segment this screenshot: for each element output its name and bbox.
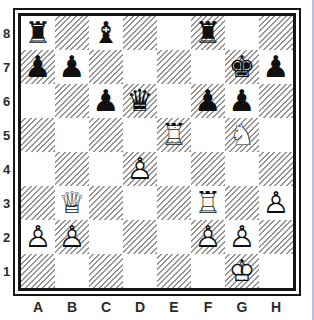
white-king-piece: ♚♔: [225, 254, 259, 288]
square-f4[interactable]: [191, 152, 225, 186]
square-c3[interactable]: [89, 186, 123, 220]
square-d2[interactable]: [123, 220, 157, 254]
black-pawn-piece: ♟: [191, 84, 225, 118]
square-g5[interactable]: ♞♘: [225, 118, 259, 152]
square-f1[interactable]: [191, 254, 225, 288]
square-g4[interactable]: [225, 152, 259, 186]
file-label-e: E: [157, 297, 191, 317]
square-h4[interactable]: [259, 152, 293, 186]
black-rook-piece: ♜: [191, 16, 225, 50]
square-e8[interactable]: [157, 16, 191, 50]
piece-outline-layer: ♕: [55, 186, 89, 219]
piece-glyph: ♟: [89, 84, 123, 117]
square-b1[interactable]: [55, 254, 89, 288]
white-queen-piece: ♛♕: [55, 186, 89, 220]
piece-glyph: ♜: [191, 16, 225, 49]
file-label-g: G: [225, 297, 259, 317]
white-knight-piece: ♞♘: [225, 118, 259, 152]
square-b3[interactable]: ♛♕: [55, 186, 89, 220]
file-label-c: C: [89, 297, 123, 317]
square-h2[interactable]: [259, 220, 293, 254]
white-rook-piece: ♜♖: [157, 118, 191, 152]
file-label-h: H: [259, 297, 293, 317]
square-c4[interactable]: [89, 152, 123, 186]
square-g8[interactable]: [225, 16, 259, 50]
piece-glyph: ♛: [123, 84, 157, 117]
square-f3[interactable]: ♜♖: [191, 186, 225, 220]
white-pawn-piece: ♟♙: [225, 220, 259, 254]
square-g1[interactable]: ♚♔: [225, 254, 259, 288]
square-h3[interactable]: ♟♙: [259, 186, 293, 220]
square-e7[interactable]: [157, 50, 191, 84]
square-d4[interactable]: ♟♙: [123, 152, 157, 186]
rank-label-5: 5: [0, 118, 13, 152]
file-labels: ABCDEFGH: [21, 297, 293, 317]
white-rook-piece: ♜♖: [191, 186, 225, 220]
rank-labels: 87654321: [0, 16, 13, 288]
piece-glyph: ♟: [259, 50, 293, 83]
square-b8[interactable]: [55, 16, 89, 50]
square-a4[interactable]: [21, 152, 55, 186]
square-a3[interactable]: [21, 186, 55, 220]
square-e3[interactable]: [157, 186, 191, 220]
piece-outline-layer: ♙: [21, 220, 55, 253]
square-d1[interactable]: [123, 254, 157, 288]
black-pawn-piece: ♟: [89, 84, 123, 118]
black-queen-piece: ♛: [123, 84, 157, 118]
black-pawn-piece: ♟: [225, 84, 259, 118]
piece-outline-layer: ♘: [225, 118, 259, 151]
rank-label-4: 4: [0, 152, 13, 186]
white-pawn-piece: ♟♙: [55, 220, 89, 254]
square-h6[interactable]: [259, 84, 293, 118]
rank-label-3: 3: [0, 186, 13, 220]
square-g3[interactable]: [225, 186, 259, 220]
piece-outline-layer: ♔: [225, 254, 259, 287]
board-grid: ♜♝♜♟♟♚♟♟♛♟♟♜♖♞♘♟♙♛♕♜♖♟♙♟♙♟♙♟♙♟♙♚♔: [21, 16, 293, 288]
square-e1[interactable]: [157, 254, 191, 288]
square-h8[interactable]: [259, 16, 293, 50]
rank-label-7: 7: [0, 50, 13, 84]
square-f8[interactable]: ♜: [191, 16, 225, 50]
square-b2[interactable]: ♟♙: [55, 220, 89, 254]
square-c8[interactable]: ♝: [89, 16, 123, 50]
square-g2[interactable]: ♟♙: [225, 220, 259, 254]
piece-outline-layer: ♙: [225, 220, 259, 253]
square-f2[interactable]: ♟♙: [191, 220, 225, 254]
square-d7[interactable]: [123, 50, 157, 84]
piece-outline-layer: ♙: [55, 220, 89, 253]
square-b6[interactable]: [55, 84, 89, 118]
piece-glyph: ♜: [21, 16, 55, 49]
rank-label-1: 1: [0, 254, 13, 288]
square-f5[interactable]: [191, 118, 225, 152]
rank-label-2: 2: [0, 220, 13, 254]
white-pawn-piece: ♟♙: [191, 220, 225, 254]
square-a8[interactable]: ♜: [21, 16, 55, 50]
square-e4[interactable]: [157, 152, 191, 186]
square-h7[interactable]: ♟: [259, 50, 293, 84]
square-d6[interactable]: ♛: [123, 84, 157, 118]
square-a7[interactable]: ♟: [21, 50, 55, 84]
file-label-a: A: [21, 297, 55, 317]
square-h5[interactable]: [259, 118, 293, 152]
square-c1[interactable]: [89, 254, 123, 288]
piece-glyph: ♟: [55, 50, 89, 83]
square-c2[interactable]: [89, 220, 123, 254]
square-a6[interactable]: [21, 84, 55, 118]
square-d3[interactable]: [123, 186, 157, 220]
piece-outline-layer: ♖: [191, 186, 225, 219]
board-inner-frame: ♜♝♜♟♟♚♟♟♛♟♟♜♖♞♘♟♙♛♕♜♖♟♙♟♙♟♙♟♙♟♙♚♔: [18, 13, 296, 291]
square-b7[interactable]: ♟: [55, 50, 89, 84]
square-b5[interactable]: [55, 118, 89, 152]
square-a1[interactable]: [21, 254, 55, 288]
file-label-f: F: [191, 297, 225, 317]
black-rook-piece: ♜: [21, 16, 55, 50]
square-c6[interactable]: ♟: [89, 84, 123, 118]
square-d8[interactable]: [123, 16, 157, 50]
white-pawn-piece: ♟♙: [123, 152, 157, 186]
piece-outline-layer: ♖: [157, 118, 191, 151]
black-pawn-piece: ♟: [21, 50, 55, 84]
piece-glyph: ♚: [225, 50, 259, 83]
square-b4[interactable]: [55, 152, 89, 186]
square-c5[interactable]: [89, 118, 123, 152]
square-f7[interactable]: [191, 50, 225, 84]
square-e5[interactable]: ♜♖: [157, 118, 191, 152]
file-label-b: B: [55, 297, 89, 317]
square-e6[interactable]: [157, 84, 191, 118]
square-g6[interactable]: ♟: [225, 84, 259, 118]
square-c7[interactable]: [89, 50, 123, 84]
black-pawn-piece: ♟: [55, 50, 89, 84]
piece-outline-layer: ♙: [123, 152, 157, 185]
rank-label-8: 8: [0, 16, 13, 50]
piece-glyph: ♟: [225, 84, 259, 117]
piece-outline-layer: ♙: [191, 220, 225, 253]
chess-board: ♜♝♜♟♟♚♟♟♛♟♟♜♖♞♘♟♙♛♕♜♖♟♙♟♙♟♙♟♙♟♙♚♔: [13, 8, 301, 296]
piece-glyph: ♝: [89, 16, 123, 49]
square-e2[interactable]: [157, 220, 191, 254]
white-pawn-piece: ♟♙: [21, 220, 55, 254]
black-pawn-piece: ♟: [259, 50, 293, 84]
piece-outline-layer: ♙: [259, 186, 293, 219]
piece-glyph: ♟: [21, 50, 55, 83]
square-h1[interactable]: [259, 254, 293, 288]
rank-label-6: 6: [0, 84, 13, 118]
square-d5[interactable]: [123, 118, 157, 152]
square-a2[interactable]: ♟♙: [21, 220, 55, 254]
black-king-piece: ♚: [225, 50, 259, 84]
square-a5[interactable]: [21, 118, 55, 152]
piece-glyph: ♟: [191, 84, 225, 117]
square-g7[interactable]: ♚: [225, 50, 259, 84]
square-f6[interactable]: ♟: [191, 84, 225, 118]
right-edge-border: [312, 0, 314, 320]
white-pawn-piece: ♟♙: [259, 186, 293, 220]
file-label-d: D: [123, 297, 157, 317]
black-bishop-piece: ♝: [89, 16, 123, 50]
